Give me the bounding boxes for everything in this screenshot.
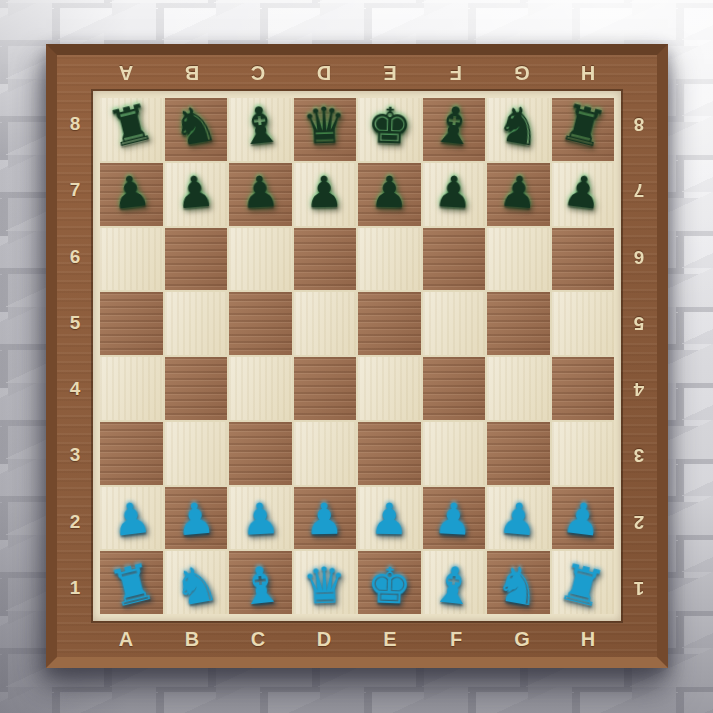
square-e2[interactable]: ♟	[358, 487, 421, 550]
piece-blue-rook-a1[interactable]: ♜	[104, 556, 160, 615]
file-label-bottom-h: H	[555, 622, 621, 656]
file-label-bottom-b: B	[159, 622, 225, 656]
square-g5[interactable]	[487, 292, 550, 355]
square-c2[interactable]: ♟	[229, 487, 292, 550]
piece-blue-rook-h1[interactable]: ♜	[554, 556, 610, 615]
square-f8[interactable]: ♝	[423, 98, 486, 161]
square-c5[interactable]	[229, 292, 292, 355]
rank-labels-left: 87654321	[58, 91, 92, 621]
file-label-top-e: E	[357, 56, 423, 90]
square-d7[interactable]: ♟	[294, 163, 357, 226]
square-h8[interactable]: ♜	[552, 98, 615, 161]
scene: ABCDEFGH ABCDEFGH 87654321 87654321 ♜♞♝♛…	[0, 0, 713, 713]
piece-green-bishop-c8[interactable]: ♝	[235, 99, 285, 153]
square-h6[interactable]	[552, 228, 615, 291]
square-f7[interactable]: ♟	[423, 163, 486, 226]
square-d1[interactable]: ♛	[294, 551, 357, 614]
piece-blue-king-e1[interactable]: ♚	[366, 560, 413, 612]
square-d5[interactable]	[294, 292, 357, 355]
square-c8[interactable]: ♝	[229, 98, 292, 161]
square-g8[interactable]: ♞	[487, 98, 550, 161]
piece-blue-pawn-e2[interactable]: ♟	[370, 498, 409, 542]
piece-blue-pawn-c2[interactable]: ♟	[240, 497, 281, 542]
square-a6[interactable]	[100, 228, 163, 291]
square-a2[interactable]: ♟	[100, 487, 163, 550]
file-labels-top: ABCDEFGH	[93, 56, 621, 90]
file-label-bottom-g: G	[489, 622, 555, 656]
square-f1[interactable]: ♝	[423, 551, 486, 614]
square-d3[interactable]	[294, 422, 357, 485]
square-a3[interactable]	[100, 422, 163, 485]
square-b7[interactable]: ♟	[165, 163, 228, 226]
square-g2[interactable]: ♟	[487, 487, 550, 550]
chess-board: ABCDEFGH ABCDEFGH 87654321 87654321 ♜♞♝♛…	[46, 44, 668, 668]
piece-green-rook-a8[interactable]: ♜	[103, 97, 159, 156]
square-d8[interactable]: ♛	[294, 98, 357, 161]
piece-green-king-e8[interactable]: ♚	[366, 101, 413, 153]
square-d2[interactable]: ♟	[294, 487, 357, 550]
piece-blue-pawn-g2[interactable]: ♟	[497, 497, 539, 543]
rank-label-left-4: 4	[58, 356, 92, 422]
playing-area: ♜♞♝♛♚♝♞♜♟♟♟♟♟♟♟♟♟♟♟♟♟♟♟♟♜♞♝♛♚♝♞♜	[93, 91, 621, 621]
piece-green-bishop-f8[interactable]: ♝	[429, 99, 479, 153]
square-c3[interactable]	[229, 422, 292, 485]
square-h1[interactable]: ♜	[552, 551, 615, 614]
piece-green-queen-d8[interactable]: ♛	[301, 101, 348, 153]
square-e8[interactable]: ♚	[358, 98, 421, 161]
piece-green-rook-h8[interactable]: ♜	[556, 97, 612, 156]
square-b3[interactable]	[165, 422, 228, 485]
square-f4[interactable]	[423, 357, 486, 420]
square-g3[interactable]	[487, 422, 550, 485]
rank-label-left-7: 7	[58, 157, 92, 223]
file-label-top-a: A	[93, 56, 159, 90]
square-h3[interactable]	[552, 422, 615, 485]
rank-label-left-1: 1	[58, 555, 92, 621]
square-d4[interactable]	[294, 357, 357, 420]
rank-label-right-4: 4	[622, 356, 656, 422]
square-c6[interactable]	[229, 228, 292, 291]
board-frame: ABCDEFGH ABCDEFGH 87654321 87654321 ♜♞♝♛…	[57, 55, 657, 657]
piece-blue-knight-g1[interactable]: ♞	[491, 557, 544, 614]
square-g1[interactable]: ♞	[487, 551, 550, 614]
rank-label-left-5: 5	[58, 290, 92, 356]
square-g4[interactable]	[487, 357, 550, 420]
square-e1[interactable]: ♚	[358, 551, 421, 614]
rank-label-right-5: 5	[622, 290, 656, 356]
file-label-top-g: G	[489, 56, 555, 90]
file-label-top-c: C	[225, 56, 291, 90]
piece-green-knight-g8[interactable]: ♞	[492, 98, 545, 155]
square-b8[interactable]: ♞	[165, 98, 228, 161]
file-label-bottom-e: E	[357, 622, 423, 656]
piece-blue-pawn-h2[interactable]: ♟	[561, 496, 605, 543]
square-b2[interactable]: ♟	[165, 487, 228, 550]
rank-label-right-6: 6	[622, 224, 656, 290]
piece-green-pawn-e7[interactable]: ♟	[370, 170, 409, 214]
square-a4[interactable]	[100, 357, 163, 420]
square-c7[interactable]: ♟	[229, 163, 292, 226]
piece-blue-pawn-b2[interactable]: ♟	[175, 497, 217, 543]
rank-label-left-6: 6	[58, 224, 92, 290]
square-g6[interactable]	[487, 228, 550, 291]
square-b1[interactable]: ♞	[165, 551, 228, 614]
piece-blue-queen-d1[interactable]: ♛	[302, 560, 349, 612]
piece-green-pawn-g7[interactable]: ♟	[497, 169, 539, 215]
file-label-bottom-f: F	[423, 622, 489, 656]
square-e4[interactable]	[358, 357, 421, 420]
square-d6[interactable]	[294, 228, 357, 291]
square-f2[interactable]: ♟	[423, 487, 486, 550]
rank-label-left-8: 8	[58, 91, 92, 157]
file-label-bottom-d: D	[291, 622, 357, 656]
square-h7[interactable]: ♟	[552, 163, 615, 226]
file-label-top-h: H	[555, 56, 621, 90]
square-a5[interactable]	[100, 292, 163, 355]
square-b6[interactable]	[165, 228, 228, 291]
piece-green-pawn-a7[interactable]: ♟	[109, 168, 153, 215]
rank-label-left-2: 2	[58, 489, 92, 555]
piece-green-pawn-c7[interactable]: ♟	[240, 170, 281, 215]
squares-grid: ♜♞♝♛♚♝♞♜♟♟♟♟♟♟♟♟♟♟♟♟♟♟♟♟♜♞♝♛♚♝♞♜	[100, 98, 614, 614]
file-label-top-f: F	[423, 56, 489, 90]
piece-blue-pawn-f2[interactable]: ♟	[433, 497, 474, 542]
square-e6[interactable]	[358, 228, 421, 291]
file-label-top-b: B	[159, 56, 225, 90]
square-h5[interactable]	[552, 292, 615, 355]
square-f5[interactable]	[423, 292, 486, 355]
piece-blue-bishop-c1[interactable]: ♝	[236, 558, 286, 612]
square-a8[interactable]: ♜	[100, 98, 163, 161]
piece-blue-pawn-a2[interactable]: ♟	[110, 496, 154, 543]
piece-blue-pawn-d2[interactable]: ♟	[305, 498, 344, 542]
square-b4[interactable]	[165, 357, 228, 420]
square-b5[interactable]	[165, 292, 228, 355]
rank-label-left-3: 3	[58, 422, 92, 488]
rank-label-right-2: 2	[622, 489, 656, 555]
piece-green-pawn-b7[interactable]: ♟	[174, 169, 216, 215]
piece-green-knight-b8[interactable]: ♞	[169, 98, 222, 155]
rank-label-right-1: 1	[622, 555, 656, 621]
rank-label-right-8: 8	[622, 91, 656, 157]
piece-blue-bishop-f1[interactable]: ♝	[429, 558, 479, 612]
piece-green-pawn-d7[interactable]: ♟	[305, 170, 344, 214]
square-c4[interactable]	[229, 357, 292, 420]
file-label-bottom-c: C	[225, 622, 291, 656]
square-g7[interactable]: ♟	[487, 163, 550, 226]
file-label-bottom-a: A	[93, 622, 159, 656]
square-h4[interactable]	[552, 357, 615, 420]
rank-label-right-3: 3	[622, 422, 656, 488]
square-e7[interactable]: ♟	[358, 163, 421, 226]
piece-green-pawn-f7[interactable]: ♟	[433, 170, 474, 215]
file-labels-bottom: ABCDEFGH	[93, 622, 621, 656]
square-e3[interactable]	[358, 422, 421, 485]
piece-green-pawn-h7[interactable]: ♟	[561, 168, 605, 215]
piece-blue-knight-b1[interactable]: ♞	[170, 557, 223, 614]
rank-label-right-7: 7	[622, 157, 656, 223]
file-label-top-d: D	[291, 56, 357, 90]
square-e5[interactable]	[358, 292, 421, 355]
square-a1[interactable]: ♜	[100, 551, 163, 614]
square-h2[interactable]: ♟	[552, 487, 615, 550]
square-c1[interactable]: ♝	[229, 551, 292, 614]
square-a7[interactable]: ♟	[100, 163, 163, 226]
square-f6[interactable]	[423, 228, 486, 291]
square-f3[interactable]	[423, 422, 486, 485]
rank-labels-right: 87654321	[622, 91, 656, 621]
